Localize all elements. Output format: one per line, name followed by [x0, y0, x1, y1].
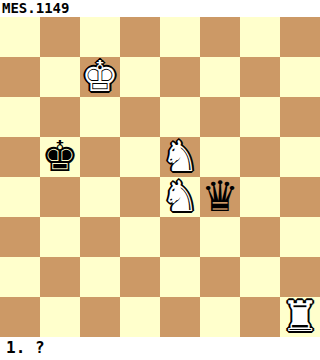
- chess-puzzle-page: MES.1149 ♚♚♞♞♛♜ 1. ?: [0, 0, 320, 360]
- black-queen-f4[interactable]: ♛: [201, 177, 239, 217]
- square-c1[interactable]: [80, 297, 120, 337]
- square-f5[interactable]: [200, 137, 240, 177]
- square-d1[interactable]: [120, 297, 160, 337]
- square-d6[interactable]: [120, 97, 160, 137]
- white-king-c7[interactable]: ♚: [81, 57, 119, 97]
- square-c6[interactable]: [80, 97, 120, 137]
- square-g8[interactable]: [240, 17, 280, 57]
- square-f7[interactable]: [200, 57, 240, 97]
- square-g4[interactable]: [240, 177, 280, 217]
- square-g3[interactable]: [240, 217, 280, 257]
- square-b2[interactable]: [40, 257, 80, 297]
- square-c4[interactable]: [80, 177, 120, 217]
- square-e7[interactable]: [160, 57, 200, 97]
- square-d5[interactable]: [120, 137, 160, 177]
- square-a2[interactable]: [0, 257, 40, 297]
- square-e2[interactable]: [160, 257, 200, 297]
- move-prompt: 1. ?: [0, 337, 320, 360]
- square-h7[interactable]: [280, 57, 320, 97]
- square-a8[interactable]: [0, 17, 40, 57]
- square-h5[interactable]: [280, 137, 320, 177]
- square-a3[interactable]: [0, 217, 40, 257]
- square-h1[interactable]: ♜: [280, 297, 320, 337]
- square-d7[interactable]: [120, 57, 160, 97]
- square-b8[interactable]: [40, 17, 80, 57]
- square-a5[interactable]: [0, 137, 40, 177]
- black-king-b5[interactable]: ♚: [41, 137, 79, 177]
- square-h6[interactable]: [280, 97, 320, 137]
- square-e5[interactable]: ♞: [160, 137, 200, 177]
- square-a4[interactable]: [0, 177, 40, 217]
- square-a6[interactable]: [0, 97, 40, 137]
- square-h8[interactable]: [280, 17, 320, 57]
- square-b1[interactable]: [40, 297, 80, 337]
- white-rook-h1[interactable]: ♜: [281, 297, 319, 337]
- square-e8[interactable]: [160, 17, 200, 57]
- square-e4[interactable]: ♞: [160, 177, 200, 217]
- square-d2[interactable]: [120, 257, 160, 297]
- square-g2[interactable]: [240, 257, 280, 297]
- square-c3[interactable]: [80, 217, 120, 257]
- square-d3[interactable]: [120, 217, 160, 257]
- square-b3[interactable]: [40, 217, 80, 257]
- square-a7[interactable]: [0, 57, 40, 97]
- square-g1[interactable]: [240, 297, 280, 337]
- square-a1[interactable]: [0, 297, 40, 337]
- square-f3[interactable]: [200, 217, 240, 257]
- square-f8[interactable]: [200, 17, 240, 57]
- square-c2[interactable]: [80, 257, 120, 297]
- square-b4[interactable]: [40, 177, 80, 217]
- square-f2[interactable]: [200, 257, 240, 297]
- white-knight-e5[interactable]: ♞: [161, 137, 199, 177]
- square-g7[interactable]: [240, 57, 280, 97]
- square-h3[interactable]: [280, 217, 320, 257]
- chess-board: ♚♚♞♞♛♜: [0, 17, 320, 337]
- square-e3[interactable]: [160, 217, 200, 257]
- square-b5[interactable]: ♚: [40, 137, 80, 177]
- square-g5[interactable]: [240, 137, 280, 177]
- square-b7[interactable]: [40, 57, 80, 97]
- square-c7[interactable]: ♚: [80, 57, 120, 97]
- square-f6[interactable]: [200, 97, 240, 137]
- square-f1[interactable]: [200, 297, 240, 337]
- square-h2[interactable]: [280, 257, 320, 297]
- square-b6[interactable]: [40, 97, 80, 137]
- square-h4[interactable]: [280, 177, 320, 217]
- puzzle-title: MES.1149: [0, 0, 320, 17]
- white-knight-e4[interactable]: ♞: [161, 177, 199, 217]
- square-c5[interactable]: [80, 137, 120, 177]
- square-d8[interactable]: [120, 17, 160, 57]
- square-f4[interactable]: ♛: [200, 177, 240, 217]
- square-c8[interactable]: [80, 17, 120, 57]
- square-g6[interactable]: [240, 97, 280, 137]
- square-e1[interactable]: [160, 297, 200, 337]
- square-e6[interactable]: [160, 97, 200, 137]
- square-d4[interactable]: [120, 177, 160, 217]
